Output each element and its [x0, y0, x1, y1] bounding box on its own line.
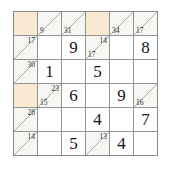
- entry-cell-r3c4[interactable]: 5: [86, 60, 109, 83]
- entry-cell-r3c2[interactable]: 1: [38, 60, 61, 83]
- entry-cell-r3c3[interactable]: [62, 60, 85, 83]
- clue-cell-r6c1: 14: [14, 132, 37, 155]
- down-sum-clue: 16: [136, 99, 144, 107]
- entry-digit: 4: [93, 111, 102, 128]
- block-cell-r1c1: [14, 12, 37, 35]
- entry-digit: 9: [117, 87, 126, 104]
- block-cell-r1c4: [86, 12, 109, 35]
- clue-cell-r2c1: 17: [14, 36, 37, 59]
- entry-digit: 8: [141, 39, 150, 56]
- entry-cell-r3c6[interactable]: [134, 60, 157, 83]
- entry-cell-r3c5[interactable]: [110, 60, 133, 83]
- entry-cell-r2c5[interactable]: [110, 36, 133, 59]
- entry-cell-r5c3[interactable]: [62, 108, 85, 131]
- entry-cell-r5c2[interactable]: [38, 108, 61, 131]
- entry-digit: 1: [45, 63, 54, 80]
- entry-cell-r6c5[interactable]: 4: [110, 132, 133, 155]
- down-sum-clue: 31: [64, 27, 72, 35]
- across-sum-clue: 23: [52, 85, 60, 93]
- clue-cell-r2c4: 1417: [86, 36, 109, 59]
- entry-cell-r4c5[interactable]: 9: [110, 84, 133, 107]
- entry-cell-r4c3[interactable]: 6: [62, 84, 85, 107]
- clue-cell-r1c3: 31: [62, 12, 85, 35]
- clue-cell-r3c1: 30: [14, 60, 37, 83]
- entry-cell-r2c3[interactable]: 9: [62, 36, 85, 59]
- clue-cell-r1c5: 34: [110, 12, 133, 35]
- down-sum-clue: 34: [112, 27, 120, 35]
- entry-cell-r5c5[interactable]: [110, 108, 133, 131]
- down-sum-clue: 17: [136, 27, 144, 35]
- entry-digit: 9: [69, 39, 78, 56]
- clue-cell-r4c2: 2315: [38, 84, 61, 107]
- entry-digit: 5: [69, 135, 78, 152]
- entry-cell-r2c6[interactable]: 8: [134, 36, 157, 59]
- entry-cell-r5c6[interactable]: 7: [134, 108, 157, 131]
- down-sum-clue: 17: [88, 51, 96, 59]
- across-sum-clue: 17: [28, 37, 36, 45]
- entry-cell-r4c4[interactable]: [86, 84, 109, 107]
- across-sum-clue: 30: [28, 61, 36, 69]
- down-sum-clue: 9: [40, 27, 44, 35]
- entry-digit: 7: [141, 111, 150, 128]
- clue-cell-r6c4: 13: [86, 132, 109, 155]
- entry-cell-r6c3[interactable]: 5: [62, 132, 85, 155]
- clue-cell-r1c6: 17: [134, 12, 157, 35]
- entry-digit: 6: [69, 87, 78, 104]
- entry-digit: 5: [93, 63, 102, 80]
- across-sum-clue: 14: [100, 37, 108, 45]
- entry-cell-r5c4[interactable]: 4: [86, 108, 109, 131]
- across-sum-clue: 13: [100, 133, 108, 141]
- kakuro-board: 9313417179141783015231569162847145134: [13, 11, 158, 156]
- across-sum-clue: 14: [28, 133, 36, 141]
- block-cell-r4c1: [14, 84, 37, 107]
- across-sum-clue: 28: [28, 109, 36, 117]
- entry-cell-r6c6[interactable]: [134, 132, 157, 155]
- entry-cell-r2c2[interactable]: [38, 36, 61, 59]
- down-sum-clue: 15: [40, 99, 48, 107]
- clue-cell-r1c2: 9: [38, 12, 61, 35]
- clue-cell-r4c6: 16: [134, 84, 157, 107]
- entry-cell-r6c2[interactable]: [38, 132, 61, 155]
- clue-cell-r5c1: 28: [14, 108, 37, 131]
- entry-digit: 4: [117, 135, 126, 152]
